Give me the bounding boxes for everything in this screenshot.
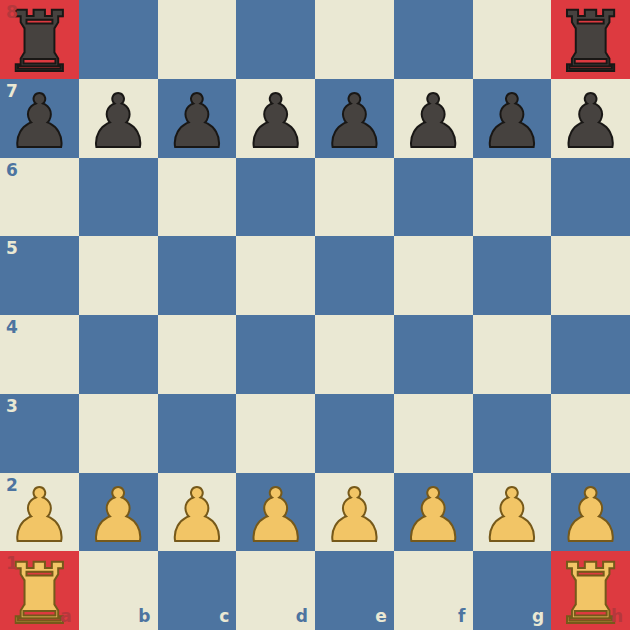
rank-label-4: 4 (6, 319, 18, 336)
file-label-c: c (219, 608, 229, 625)
rank-label-7: 7 (6, 83, 18, 100)
black-pawn-icon[interactable]: ♟ (236, 82, 315, 161)
square-b6[interactable] (79, 158, 158, 237)
square-g3[interactable] (473, 394, 552, 473)
rank-label-5: 5 (6, 240, 18, 257)
square-d1[interactable]: d (236, 551, 315, 630)
square-d8[interactable] (236, 0, 315, 79)
square-d3[interactable] (236, 394, 315, 473)
square-h5[interactable] (551, 236, 630, 315)
square-c2[interactable]: ♟ (158, 473, 237, 552)
square-e6[interactable] (315, 158, 394, 237)
square-h3[interactable] (551, 394, 630, 473)
square-c3[interactable] (158, 394, 237, 473)
square-d6[interactable] (236, 158, 315, 237)
square-g8[interactable] (473, 0, 552, 79)
square-h7[interactable]: ♟ (551, 79, 630, 158)
white-pawn-icon[interactable]: ♟ (473, 476, 552, 555)
file-label-e: e (375, 608, 387, 625)
square-c4[interactable] (158, 315, 237, 394)
square-a6[interactable]: 6 (0, 158, 79, 237)
file-label-f: f (458, 608, 465, 625)
white-pawn-icon[interactable]: ♟ (158, 476, 237, 555)
rank-label-2: 2 (6, 477, 18, 494)
square-a2[interactable]: 2♟ (0, 473, 79, 552)
square-b7[interactable]: ♟ (79, 79, 158, 158)
square-d7[interactable]: ♟ (236, 79, 315, 158)
square-g1[interactable]: g (473, 551, 552, 630)
square-f5[interactable] (394, 236, 473, 315)
square-h1[interactable]: h♜ (551, 551, 630, 630)
black-pawn-icon[interactable]: ♟ (394, 82, 473, 161)
chess-board: 8♜♜7♟♟♟♟♟♟♟♟65432♟♟♟♟♟♟♟♟1a♜bcdefgh♜ (0, 0, 630, 630)
square-f4[interactable] (394, 315, 473, 394)
rank-label-6: 6 (6, 162, 18, 179)
black-rook-icon[interactable]: ♜ (551, 3, 630, 82)
square-c5[interactable] (158, 236, 237, 315)
white-pawn-icon[interactable]: ♟ (394, 476, 473, 555)
square-a5[interactable]: 5 (0, 236, 79, 315)
square-b5[interactable] (79, 236, 158, 315)
black-pawn-icon[interactable]: ♟ (158, 82, 237, 161)
square-b3[interactable] (79, 394, 158, 473)
square-c8[interactable] (158, 0, 237, 79)
square-e7[interactable]: ♟ (315, 79, 394, 158)
black-pawn-icon[interactable]: ♟ (551, 82, 630, 161)
square-a3[interactable]: 3 (0, 394, 79, 473)
rank-label-3: 3 (6, 398, 18, 415)
square-f2[interactable]: ♟ (394, 473, 473, 552)
square-d4[interactable] (236, 315, 315, 394)
square-e4[interactable] (315, 315, 394, 394)
square-f6[interactable] (394, 158, 473, 237)
square-g7[interactable]: ♟ (473, 79, 552, 158)
square-b4[interactable] (79, 315, 158, 394)
square-h2[interactable]: ♟ (551, 473, 630, 552)
square-b2[interactable]: ♟ (79, 473, 158, 552)
rank-label-1: 1 (6, 555, 18, 572)
square-b1[interactable]: b (79, 551, 158, 630)
square-a1[interactable]: 1a♜ (0, 551, 79, 630)
square-g4[interactable] (473, 315, 552, 394)
square-a7[interactable]: 7♟ (0, 79, 79, 158)
white-pawn-icon[interactable]: ♟ (79, 476, 158, 555)
black-pawn-icon[interactable]: ♟ (473, 82, 552, 161)
white-pawn-icon[interactable]: ♟ (236, 476, 315, 555)
file-label-d: d (296, 608, 308, 625)
black-pawn-icon[interactable]: ♟ (79, 82, 158, 161)
black-pawn-icon[interactable]: ♟ (315, 82, 394, 161)
square-e1[interactable]: e (315, 551, 394, 630)
square-h4[interactable] (551, 315, 630, 394)
square-c6[interactable] (158, 158, 237, 237)
square-e2[interactable]: ♟ (315, 473, 394, 552)
square-g2[interactable]: ♟ (473, 473, 552, 552)
file-label-b: b (138, 608, 150, 625)
square-e3[interactable] (315, 394, 394, 473)
square-b8[interactable] (79, 0, 158, 79)
square-f3[interactable] (394, 394, 473, 473)
square-e8[interactable] (315, 0, 394, 79)
square-h8[interactable]: ♜ (551, 0, 630, 79)
square-c7[interactable]: ♟ (158, 79, 237, 158)
square-d5[interactable] (236, 236, 315, 315)
square-d2[interactable]: ♟ (236, 473, 315, 552)
white-pawn-icon[interactable]: ♟ (315, 476, 394, 555)
square-g6[interactable] (473, 158, 552, 237)
white-pawn-icon[interactable]: ♟ (551, 476, 630, 555)
file-label-h: h (611, 608, 623, 625)
square-g5[interactable] (473, 236, 552, 315)
square-e5[interactable] (315, 236, 394, 315)
file-label-g: g (532, 608, 544, 625)
square-f8[interactable] (394, 0, 473, 79)
square-f7[interactable]: ♟ (394, 79, 473, 158)
square-a4[interactable]: 4 (0, 315, 79, 394)
rank-label-8: 8 (6, 4, 18, 21)
square-a8[interactable]: 8♜ (0, 0, 79, 79)
file-label-a: a (60, 608, 71, 625)
square-h6[interactable] (551, 158, 630, 237)
square-f1[interactable]: f (394, 551, 473, 630)
square-c1[interactable]: c (158, 551, 237, 630)
